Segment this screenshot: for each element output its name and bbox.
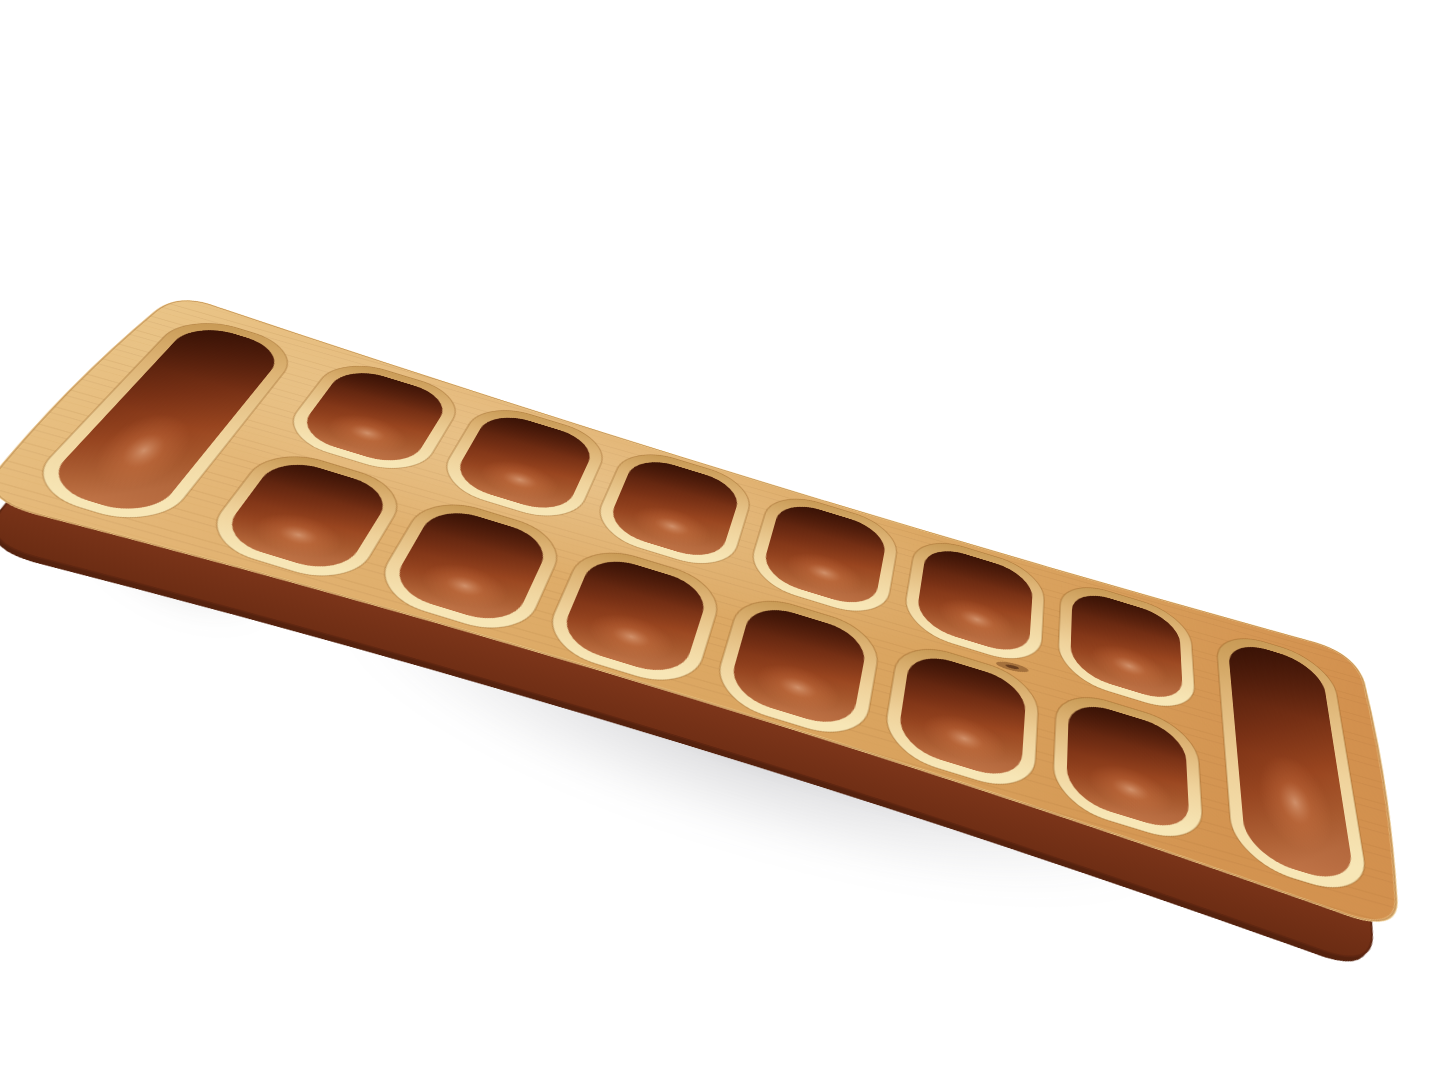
board-perspective-wrapper bbox=[40, 353, 1420, 813]
white-backdrop bbox=[0, 0, 1445, 1084]
